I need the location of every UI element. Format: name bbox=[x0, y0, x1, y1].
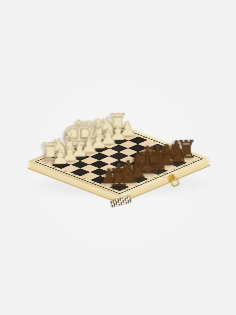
coordinate-label: 5 bbox=[80, 177, 85, 179]
coordinate-label: 1 bbox=[41, 162, 46, 164]
coordinate-label: 8 bbox=[190, 154, 195, 156]
coordinate-label: h bbox=[41, 157, 46, 159]
coordinate-label: 6 bbox=[171, 147, 176, 149]
coordinate-label: 8 bbox=[110, 188, 115, 190]
coordinate-label: 3 bbox=[61, 170, 66, 172]
coordinate-label: g bbox=[133, 184, 138, 186]
coordinate-label: b bbox=[99, 133, 104, 135]
coordinate-label: f bbox=[61, 149, 65, 151]
coordinate-label: d bbox=[80, 141, 85, 143]
coordinate-label: e bbox=[70, 145, 75, 147]
coordinate-label: 4 bbox=[71, 174, 76, 176]
coordinate-label: e bbox=[152, 176, 157, 178]
coordinate-label: 5 bbox=[161, 143, 166, 145]
coordinate-label: 6 bbox=[90, 181, 95, 183]
coordinate-label: c bbox=[90, 137, 95, 139]
coordinate-label: 1 bbox=[122, 128, 127, 130]
coordinate-label: h bbox=[123, 188, 128, 190]
clasp-hook bbox=[169, 177, 179, 187]
coordinate-label: a bbox=[109, 129, 114, 131]
coordinate-label: d bbox=[162, 172, 167, 174]
coordinate-label: b bbox=[181, 164, 186, 166]
coordinate-label: 4 bbox=[151, 140, 156, 142]
coordinate-label: 3 bbox=[141, 136, 146, 138]
coordinate-label: 7 bbox=[181, 151, 186, 153]
coordinate-label: 2 bbox=[51, 166, 56, 168]
chess-set-scene: 11aa22bb33cc44dd55ee66ff77gg88hh ♜♟♟♜♞♟♟… bbox=[0, 0, 236, 315]
coordinate-label: g bbox=[51, 153, 56, 155]
coordinate-label: 2 bbox=[132, 132, 137, 134]
coordinate-label: 7 bbox=[100, 185, 105, 187]
product-photo: 11aa22bb33cc44dd55ee66ff77gg88hh ♜♟♟♜♞♟♟… bbox=[0, 0, 236, 315]
